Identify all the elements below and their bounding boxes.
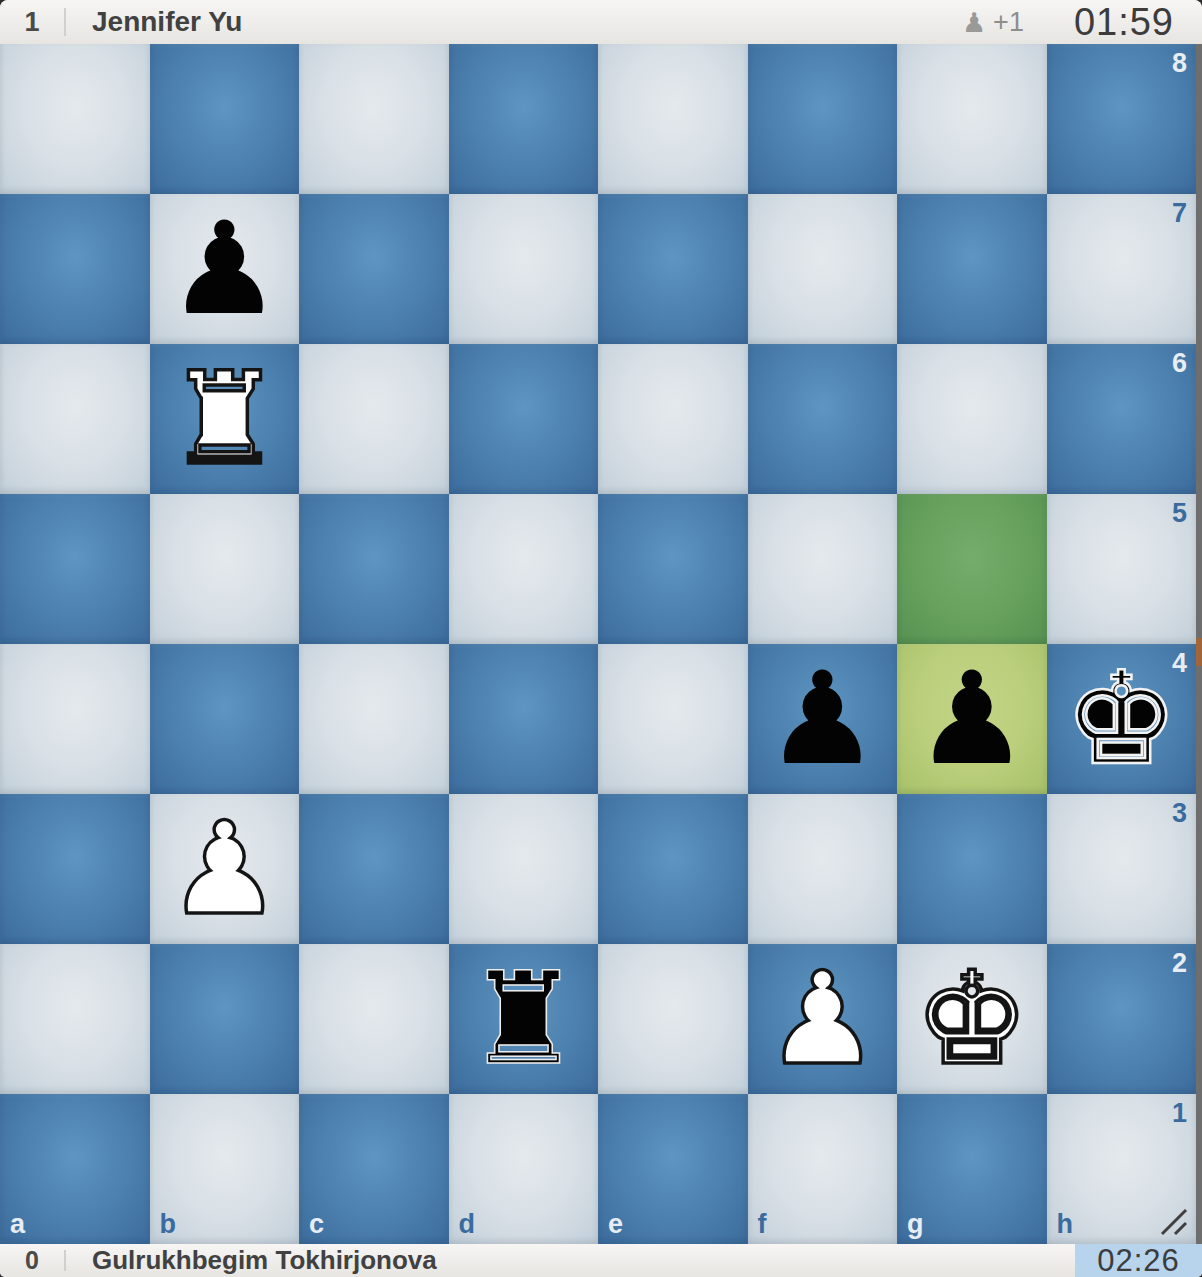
chess-app-window: 1 Jennifer Yu ♟ +1 01:59 8♟7♜65♟♟4♚♟3♜♟♚… — [0, 0, 1202, 1277]
square-a1[interactable]: a — [0, 1094, 150, 1244]
rank-label-5: 5 — [1172, 500, 1187, 527]
square-e8[interactable] — [598, 44, 748, 194]
board-area: 8♟7♜65♟♟4♚♟3♜♟♚2abcdefg1h — [0, 44, 1202, 1244]
square-d1[interactable]: d — [449, 1094, 599, 1244]
square-b8[interactable] — [150, 44, 300, 194]
square-c3[interactable] — [299, 794, 449, 944]
top-player-clock: 01:59 — [1074, 1, 1174, 44]
square-d4[interactable] — [449, 644, 599, 794]
file-label-c: c — [309, 1211, 324, 1238]
black-rook-piece[interactable]: ♜ — [466, 955, 581, 1083]
right-scroll-gutter — [1196, 44, 1202, 1244]
square-e3[interactable] — [598, 794, 748, 944]
square-f3[interactable] — [748, 794, 898, 944]
square-d3[interactable] — [449, 794, 599, 944]
square-f7[interactable] — [748, 194, 898, 344]
square-c1[interactable]: c — [299, 1094, 449, 1244]
square-a6[interactable] — [0, 344, 150, 494]
square-h3[interactable]: 3 — [1047, 794, 1197, 944]
square-e7[interactable] — [598, 194, 748, 344]
material-value: +1 — [993, 7, 1024, 38]
black-pawn-piece[interactable]: ♟ — [765, 655, 880, 783]
square-h5[interactable]: 5 — [1047, 494, 1197, 644]
rank-label-4: 4 — [1172, 650, 1187, 677]
square-b4[interactable] — [150, 644, 300, 794]
black-pawn-piece[interactable]: ♟ — [167, 205, 282, 333]
square-h7[interactable]: 7 — [1047, 194, 1197, 344]
square-g5[interactable] — [897, 494, 1047, 644]
square-b3[interactable]: ♟ — [150, 794, 300, 944]
square-d7[interactable] — [449, 194, 599, 344]
square-e4[interactable] — [598, 644, 748, 794]
square-g2[interactable]: ♚ — [897, 944, 1047, 1094]
square-c4[interactable] — [299, 644, 449, 794]
file-label-g: g — [907, 1211, 924, 1238]
file-label-a: a — [10, 1211, 25, 1238]
square-b5[interactable] — [150, 494, 300, 644]
square-c2[interactable] — [299, 944, 449, 1094]
square-d2[interactable]: ♜ — [449, 944, 599, 1094]
scroll-marker[interactable] — [1196, 638, 1202, 666]
file-label-h: h — [1057, 1211, 1074, 1238]
square-d5[interactable] — [449, 494, 599, 644]
active-clock-highlight: 02:26 — [1075, 1244, 1202, 1277]
white-pawn-piece[interactable]: ♟ — [167, 805, 282, 933]
top-player-bar: 1 Jennifer Yu ♟ +1 01:59 — [0, 0, 1202, 44]
square-b6[interactable]: ♜ — [150, 344, 300, 494]
square-c6[interactable] — [299, 344, 449, 494]
white-rook-piece[interactable]: ♜ — [167, 355, 282, 483]
top-player-score: 1 — [0, 7, 64, 38]
square-a8[interactable] — [0, 44, 150, 194]
chess-board[interactable]: 8♟7♜65♟♟4♚♟3♜♟♚2abcdefg1h — [0, 44, 1196, 1244]
square-d8[interactable] — [449, 44, 599, 194]
square-e5[interactable] — [598, 494, 748, 644]
square-a5[interactable] — [0, 494, 150, 644]
square-e2[interactable] — [598, 944, 748, 1094]
square-h6[interactable]: 6 — [1047, 344, 1197, 494]
square-e1[interactable]: e — [598, 1094, 748, 1244]
square-g7[interactable] — [897, 194, 1047, 344]
rank-label-1: 1 — [1172, 1100, 1187, 1127]
square-g3[interactable] — [897, 794, 1047, 944]
square-h4[interactable]: 4♚ — [1047, 644, 1197, 794]
square-c8[interactable] — [299, 44, 449, 194]
top-player-name: Jennifer Yu — [92, 6, 242, 38]
resize-grip-icon[interactable] — [1158, 1206, 1190, 1238]
score-separator — [64, 8, 66, 35]
file-label-d: d — [459, 1211, 476, 1238]
square-f1[interactable]: f — [748, 1094, 898, 1244]
bottom-player-score: 0 — [0, 1246, 64, 1275]
square-f8[interactable] — [748, 44, 898, 194]
material-advantage: ♟ +1 — [962, 7, 1024, 38]
file-label-e: e — [608, 1211, 623, 1238]
file-label-b: b — [160, 1211, 177, 1238]
bottom-player-bar: 0 Gulrukhbegim Tokhirjonova 02:26 — [0, 1244, 1202, 1277]
pawn-icon: ♟ — [962, 9, 986, 36]
square-g8[interactable] — [897, 44, 1047, 194]
rank-label-2: 2 — [1172, 950, 1187, 977]
square-g1[interactable]: g — [897, 1094, 1047, 1244]
square-b2[interactable] — [150, 944, 300, 1094]
score-separator — [64, 1250, 66, 1270]
square-f6[interactable] — [748, 344, 898, 494]
square-a2[interactable] — [0, 944, 150, 1094]
bottom-player-name: Gulrukhbegim Tokhirjonova — [92, 1245, 437, 1276]
top-bar-right: ♟ +1 01:59 — [962, 1, 1202, 44]
white-pawn-piece[interactable]: ♟ — [765, 955, 880, 1083]
square-f5[interactable] — [748, 494, 898, 644]
square-a7[interactable] — [0, 194, 150, 344]
square-f2[interactable]: ♟ — [748, 944, 898, 1094]
square-b1[interactable]: b — [150, 1094, 300, 1244]
square-e6[interactable] — [598, 344, 748, 494]
square-a3[interactable] — [0, 794, 150, 944]
rank-label-6: 6 — [1172, 350, 1187, 377]
white-king-piece[interactable]: ♚ — [914, 955, 1029, 1083]
square-a4[interactable] — [0, 644, 150, 794]
square-g4[interactable]: ♟ — [897, 644, 1047, 794]
square-h8[interactable]: 8 — [1047, 44, 1197, 194]
black-king-piece[interactable]: ♚ — [1064, 655, 1179, 783]
square-d6[interactable] — [449, 344, 599, 494]
square-c7[interactable] — [299, 194, 449, 344]
bottom-player-clock: 02:26 — [1097, 1243, 1180, 1277]
black-pawn-piece[interactable]: ♟ — [914, 655, 1029, 783]
rank-label-3: 3 — [1172, 800, 1187, 827]
square-f4[interactable]: ♟ — [748, 644, 898, 794]
rank-label-8: 8 — [1172, 50, 1187, 77]
square-g6[interactable] — [897, 344, 1047, 494]
square-c5[interactable] — [299, 494, 449, 644]
file-label-f: f — [758, 1211, 767, 1238]
square-b7[interactable]: ♟ — [150, 194, 300, 344]
square-h2[interactable]: 2 — [1047, 944, 1197, 1094]
rank-label-7: 7 — [1172, 200, 1187, 227]
